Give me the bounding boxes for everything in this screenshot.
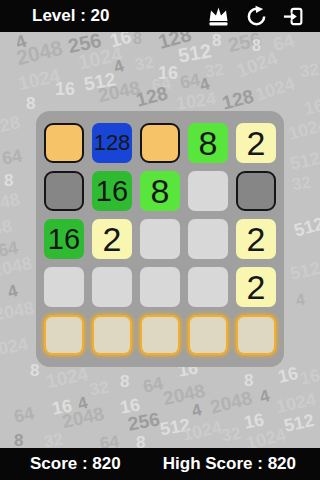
bg-number: 512	[288, 149, 320, 173]
bg-number: 4	[6, 282, 20, 301]
cell-r3c5-tile-2: 2	[236, 219, 276, 259]
bg-number: 1024	[44, 364, 89, 391]
cell-r2c5-blocker-gray	[236, 171, 276, 211]
bg-number: 16	[302, 96, 320, 118]
exit-icon[interactable]	[282, 5, 305, 28]
bg-number: 512	[282, 411, 315, 435]
bottom-bar: Score : 820 High Score : 820	[0, 448, 320, 480]
bg-number: 1024	[286, 115, 320, 143]
bg-number: 1024	[175, 89, 217, 112]
cell-r4c1-empty	[44, 267, 84, 307]
bg-number: 64	[1, 146, 24, 167]
bg-number: 8	[212, 32, 221, 49]
bg-number: 32	[299, 60, 320, 80]
bg-number: 16	[55, 80, 75, 98]
bg-number: 4	[258, 387, 272, 406]
bg-number: 32	[134, 53, 156, 73]
bg-number: 16	[243, 410, 266, 431]
level-label: Level : 20	[32, 6, 110, 26]
bg-number: 8	[4, 172, 13, 189]
cell-r5c4-spawn	[188, 315, 228, 355]
crown-icon[interactable]	[206, 4, 231, 28]
board-grid: 1288216816222	[36, 111, 284, 367]
bg-number: 32	[89, 378, 111, 398]
bg-number: 256	[127, 409, 162, 433]
cell-r2c2-tile-16: 16	[92, 171, 132, 211]
cell-r5c5-spawn	[236, 315, 276, 355]
bg-number: 128	[0, 113, 22, 137]
cell-r2c3-tile-8: 8	[140, 171, 180, 211]
bg-number: 32	[221, 424, 243, 444]
cell-r4c2-empty	[92, 267, 132, 307]
cell-r3c2-tile-2: 2	[92, 219, 132, 259]
high-score-label: High Score : 820	[163, 454, 296, 474]
bg-number: 8	[14, 432, 23, 449]
bg-number: 2048	[0, 190, 21, 216]
cell-r1c1-blocker-orange	[44, 123, 84, 163]
top-bar: Level : 20	[0, 0, 320, 32]
cell-r4c3-empty	[140, 267, 180, 307]
bg-number: 1024	[0, 335, 29, 360]
bg-number: 2048	[0, 299, 35, 324]
cell-r3c1-tile-16: 16	[44, 219, 84, 259]
cell-r4c4-empty	[188, 267, 228, 307]
bg-number: 32	[291, 173, 313, 193]
cell-r4c5-tile-2: 2	[236, 267, 276, 307]
bg-number: 512	[292, 214, 320, 239]
cell-r1c3-blocker-orange	[140, 123, 180, 163]
bg-number: 4	[190, 401, 204, 420]
cell-r1c4-tile-8: 8	[188, 123, 228, 163]
cell-r3c4-empty	[188, 219, 228, 259]
bg-number: 512	[288, 259, 320, 283]
cell-r2c1-blocker-gray	[44, 171, 84, 211]
score-label: Score : 820	[30, 454, 121, 474]
cell-r1c2-tile-128: 128	[92, 123, 132, 163]
game-board[interactable]: 1288216816222	[36, 111, 284, 367]
restart-icon[interactable]	[245, 5, 268, 28]
cell-r5c1-spawn	[44, 315, 84, 355]
cell-r5c2-spawn	[92, 315, 132, 355]
cell-r3c3-empty	[140, 219, 180, 259]
bg-number: 16	[298, 366, 320, 388]
cell-r1c5-tile-2: 2	[236, 123, 276, 163]
bg-number: 8	[26, 95, 35, 112]
bg-number: 64	[12, 404, 35, 426]
bg-number: 16	[276, 364, 299, 386]
bg-number: 2048	[0, 254, 33, 280]
cell-r5c3-spawn	[140, 315, 180, 355]
cell-r2c4-empty	[188, 171, 228, 211]
bg-number: 8	[133, 31, 142, 47]
bg-number: 1024	[253, 74, 297, 103]
bg-number: 4	[295, 291, 307, 308]
top-bar-icons	[206, 4, 320, 28]
bg-number: 128	[220, 86, 255, 112]
bg-number: 8	[120, 373, 129, 390]
